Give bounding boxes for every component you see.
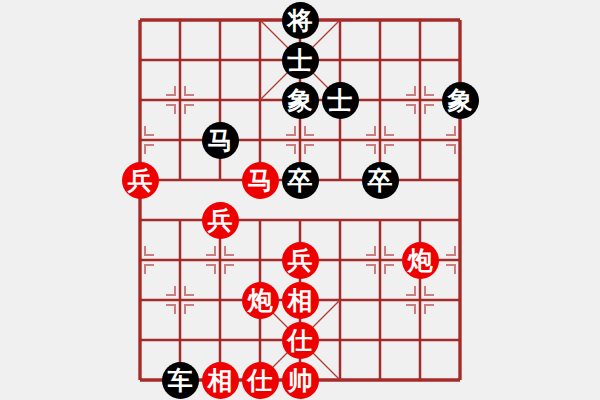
xiangqi-board: 将士象士象马兵马卒卒兵兵炮炮相仕车相仕帅 [0, 0, 600, 400]
pieces-grid: 将士象士象马兵马卒卒兵兵炮炮相仕车相仕帅 [120, 0, 480, 400]
piece-red-elephant[interactable]: 相 [202, 362, 239, 399]
piece-red-advisor[interactable]: 仕 [282, 322, 319, 359]
piece-red-soldier[interactable]: 兵 [202, 202, 239, 239]
piece-red-elephant[interactable]: 相 [282, 282, 319, 319]
piece-red-cannon[interactable]: 炮 [242, 282, 279, 319]
piece-black-general[interactable]: 将 [282, 2, 319, 39]
piece-red-cannon[interactable]: 炮 [402, 242, 439, 279]
piece-black-horse[interactable]: 马 [202, 122, 239, 159]
piece-black-elephant[interactable]: 象 [282, 82, 319, 119]
piece-red-general[interactable]: 帅 [282, 362, 319, 399]
piece-black-elephant[interactable]: 象 [442, 82, 479, 119]
piece-black-soldier[interactable]: 卒 [282, 162, 319, 199]
piece-black-advisor[interactable]: 士 [322, 82, 359, 119]
piece-red-horse[interactable]: 马 [242, 162, 279, 199]
piece-red-soldier[interactable]: 兵 [122, 162, 159, 199]
piece-black-soldier[interactable]: 卒 [362, 162, 399, 199]
piece-black-advisor[interactable]: 士 [282, 42, 319, 79]
piece-red-advisor[interactable]: 仕 [242, 362, 279, 399]
piece-black-chariot[interactable]: 车 [162, 362, 199, 399]
piece-red-soldier[interactable]: 兵 [282, 242, 319, 279]
